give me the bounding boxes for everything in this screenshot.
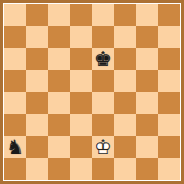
- square-h8[interactable]: [158, 4, 180, 26]
- square-d8[interactable]: [70, 4, 92, 26]
- square-g2[interactable]: [136, 136, 158, 158]
- square-g5[interactable]: [136, 70, 158, 92]
- square-e6[interactable]: ♚: [92, 48, 114, 70]
- square-a2[interactable]: ♞: [4, 136, 26, 158]
- square-e7[interactable]: [92, 26, 114, 48]
- square-c4[interactable]: [48, 92, 70, 114]
- white-king-outline: ♔: [94, 136, 112, 158]
- square-e4[interactable]: [92, 92, 114, 114]
- square-h5[interactable]: [158, 70, 180, 92]
- square-d3[interactable]: [70, 114, 92, 136]
- square-f1[interactable]: [114, 158, 136, 180]
- square-a3[interactable]: [4, 114, 26, 136]
- black-knight[interactable]: ♞: [4, 136, 26, 158]
- square-e5[interactable]: [92, 70, 114, 92]
- square-b6[interactable]: [26, 48, 48, 70]
- square-b4[interactable]: [26, 92, 48, 114]
- black-king[interactable]: ♚: [92, 48, 114, 70]
- square-b2[interactable]: [26, 136, 48, 158]
- square-c6[interactable]: [48, 48, 70, 70]
- square-f8[interactable]: [114, 4, 136, 26]
- square-d5[interactable]: [70, 70, 92, 92]
- square-f6[interactable]: [114, 48, 136, 70]
- square-b1[interactable]: [26, 158, 48, 180]
- square-g7[interactable]: [136, 26, 158, 48]
- square-g4[interactable]: [136, 92, 158, 114]
- square-d1[interactable]: [70, 158, 92, 180]
- square-e1[interactable]: [92, 158, 114, 180]
- square-h2[interactable]: [158, 136, 180, 158]
- square-g8[interactable]: [136, 4, 158, 26]
- square-d7[interactable]: [70, 26, 92, 48]
- square-d4[interactable]: [70, 92, 92, 114]
- square-f7[interactable]: [114, 26, 136, 48]
- square-f4[interactable]: [114, 92, 136, 114]
- chess-board[interactable]: ♚♞♚♔: [4, 4, 180, 180]
- square-e2[interactable]: ♚♔: [92, 136, 114, 158]
- square-c8[interactable]: [48, 4, 70, 26]
- square-f5[interactable]: [114, 70, 136, 92]
- square-b3[interactable]: [26, 114, 48, 136]
- square-c2[interactable]: [48, 136, 70, 158]
- square-c7[interactable]: [48, 26, 70, 48]
- square-c5[interactable]: [48, 70, 70, 92]
- square-d2[interactable]: [70, 136, 92, 158]
- square-h1[interactable]: [158, 158, 180, 180]
- square-c1[interactable]: [48, 158, 70, 180]
- square-a5[interactable]: [4, 70, 26, 92]
- square-a8[interactable]: [4, 4, 26, 26]
- square-b7[interactable]: [26, 26, 48, 48]
- square-a4[interactable]: [4, 92, 26, 114]
- square-f2[interactable]: [114, 136, 136, 158]
- square-d6[interactable]: [70, 48, 92, 70]
- square-c3[interactable]: [48, 114, 70, 136]
- square-a7[interactable]: [4, 26, 26, 48]
- square-a6[interactable]: [4, 48, 26, 70]
- square-h7[interactable]: [158, 26, 180, 48]
- square-e8[interactable]: [92, 4, 114, 26]
- square-b8[interactable]: [26, 4, 48, 26]
- square-h3[interactable]: [158, 114, 180, 136]
- square-e3[interactable]: [92, 114, 114, 136]
- square-h6[interactable]: [158, 48, 180, 70]
- square-g6[interactable]: [136, 48, 158, 70]
- board-frame: ♚♞♚♔: [0, 0, 184, 184]
- board-inner-border: ♚♞♚♔: [3, 3, 181, 181]
- square-g1[interactable]: [136, 158, 158, 180]
- square-a1[interactable]: [4, 158, 26, 180]
- square-f3[interactable]: [114, 114, 136, 136]
- square-g3[interactable]: [136, 114, 158, 136]
- square-h4[interactable]: [158, 92, 180, 114]
- white-king[interactable]: ♚♔: [92, 136, 114, 158]
- square-b5[interactable]: [26, 70, 48, 92]
